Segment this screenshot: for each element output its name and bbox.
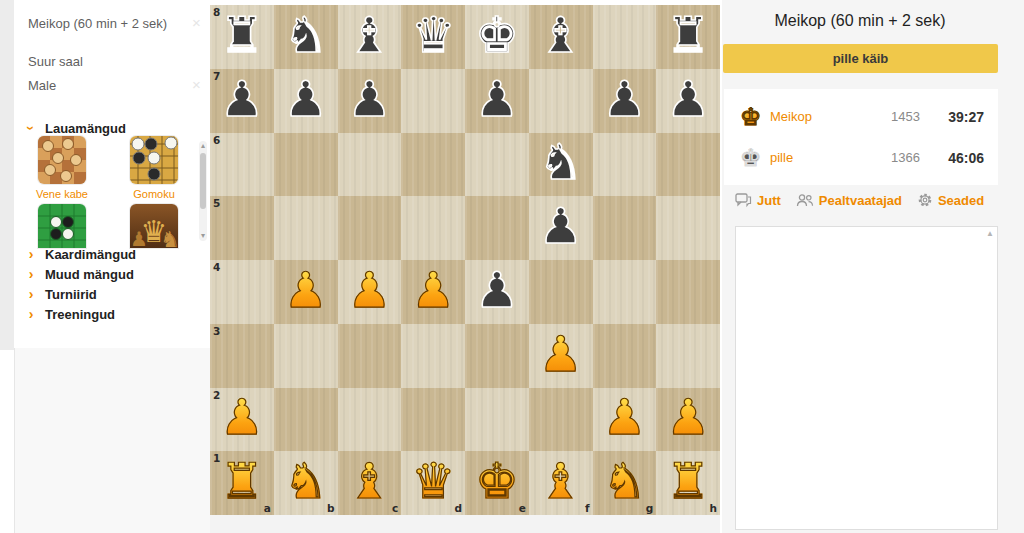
square-b2[interactable] — [274, 388, 338, 452]
turn-indicator-text: pille käib — [833, 51, 889, 66]
white-pawn[interactable]: ♟ — [338, 260, 402, 324]
svg-text:♟: ♟ — [130, 227, 148, 248]
square-f6[interactable]: ♞ — [529, 133, 593, 197]
tab-settings[interactable]: Seaded — [917, 192, 984, 208]
svg-text:♞: ♞ — [160, 227, 178, 248]
section-label: Kaardimängud — [45, 247, 136, 262]
square-f5[interactable]: ♟ — [529, 196, 593, 260]
file-label: h — [710, 502, 717, 514]
game-thumbnail-label[interactable]: Vene kabe — [28, 188, 96, 200]
tab-spectators[interactable]: Pealtvaatajad — [796, 193, 902, 208]
chess-thumbnail[interactable]: ♛ ♟ ♞ — [130, 204, 178, 248]
square-b1[interactable]: b♞ — [274, 451, 338, 515]
rank-label: 7 — [213, 70, 220, 82]
square-b7[interactable]: ♟ — [274, 69, 338, 133]
rank-label: 6 — [213, 134, 220, 146]
sidebar-item-room[interactable]: Meikop (60 min + 2 sek) — [28, 16, 167, 31]
file-label: d — [454, 502, 462, 514]
square-g6[interactable] — [593, 133, 657, 197]
square-c8[interactable]: ♝ — [338, 5, 402, 69]
white-pawn[interactable]: ♟ — [593, 388, 657, 452]
player-row-white: ♚ Meikop 1453 39:27 — [724, 96, 998, 137]
square-e1[interactable]: e♚ — [465, 451, 529, 515]
scroll-up-icon[interactable]: ▲ — [986, 229, 994, 238]
square-e5[interactable] — [465, 196, 529, 260]
white-bishop[interactable]: ♝ — [529, 451, 593, 515]
square-a8[interactable]: 8♜ — [210, 5, 274, 69]
gomoku-thumbnail[interactable] — [130, 136, 178, 184]
square-c3[interactable] — [338, 324, 402, 388]
file-label: f — [585, 502, 590, 514]
square-c4[interactable]: ♟ — [338, 260, 402, 324]
square-h2[interactable]: ♟ — [656, 388, 720, 452]
square-g8[interactable] — [593, 5, 657, 69]
square-b3[interactable] — [274, 324, 338, 388]
sidebar-section-othergames[interactable]: › Muud mängud — [26, 266, 134, 282]
sidebar-item-lobby[interactable]: Suur saal — [28, 54, 83, 69]
square-e4[interactable]: ♟ — [465, 260, 529, 324]
player-name[interactable]: pille — [770, 150, 864, 165]
close-icon[interactable]: × — [192, 76, 201, 93]
player-clock: 39:27 — [920, 109, 984, 125]
square-h7[interactable]: ♟ — [656, 69, 720, 133]
square-d6[interactable] — [401, 133, 465, 197]
square-h6[interactable] — [656, 133, 720, 197]
black-queen[interactable]: ♛ — [401, 5, 465, 69]
page-left-gutter — [0, 0, 14, 350]
square-c6[interactable] — [338, 133, 402, 197]
gomoku-board-image — [130, 136, 178, 184]
sidebar-section-tournaments[interactable]: › Turniirid — [26, 286, 97, 302]
square-e7[interactable]: ♟ — [465, 69, 529, 133]
rank-label: 4 — [213, 261, 220, 273]
white-pawn[interactable]: ♟ — [656, 388, 720, 452]
square-f1[interactable]: f♝ — [529, 451, 593, 515]
square-f4[interactable] — [529, 260, 593, 324]
othello-board-image — [38, 204, 86, 248]
black-pawn[interactable]: ♟ — [529, 196, 593, 260]
square-a3[interactable]: 3 — [210, 324, 274, 388]
square-h3[interactable] — [656, 324, 720, 388]
black-pawn[interactable]: ♟ — [465, 260, 529, 324]
square-h5[interactable] — [656, 196, 720, 260]
square-g5[interactable] — [593, 196, 657, 260]
white-pawn[interactable]: ♟ — [529, 324, 593, 388]
rank-label: 2 — [213, 389, 220, 401]
square-d4[interactable]: ♟ — [401, 260, 465, 324]
tab-label: Seaded — [938, 193, 984, 208]
chess-board: 8♜♞♝♛♚♝♜7♟♟♟♟♟♟6♞5♟4♟♟♟♟3♟2♟♟♟1a♜b♞c♝d♛e… — [210, 5, 720, 515]
black-king-icon: ♚ — [740, 146, 770, 170]
board-bottom-strip — [210, 515, 720, 533]
chat-area[interactable]: ▲ — [735, 226, 998, 530]
square-b4[interactable]: ♟ — [274, 260, 338, 324]
square-a5[interactable]: 5 — [210, 196, 274, 260]
square-h1[interactable]: h♜ — [656, 451, 720, 515]
checkers-board-image — [38, 136, 86, 184]
black-rook[interactable]: ♜ — [656, 5, 720, 69]
tab-label: Pealtvaatajad — [819, 193, 902, 208]
square-f8[interactable]: ♝ — [529, 5, 593, 69]
panel-tabs: Jutt Pealtvaatajad Seaded — [735, 192, 984, 208]
section-label: Turniirid — [45, 287, 97, 302]
player-rating: 1366 — [864, 150, 920, 165]
square-a2[interactable]: 2♟ — [210, 388, 274, 452]
file-label: a — [264, 502, 271, 514]
black-bishop[interactable]: ♝ — [338, 5, 402, 69]
square-d8[interactable]: ♛ — [401, 5, 465, 69]
rank-label: 8 — [213, 6, 220, 18]
file-label: g — [646, 502, 654, 514]
black-pawn[interactable]: ♟ — [338, 69, 402, 133]
russian-checkers-thumbnail[interactable] — [38, 136, 86, 184]
black-king[interactable]: ♚ — [465, 5, 529, 69]
chevron-right-icon: › — [26, 266, 36, 282]
square-g4[interactable] — [593, 260, 657, 324]
othello-thumbnail[interactable] — [38, 204, 86, 248]
gear-icon — [917, 192, 933, 208]
square-g7[interactable]: ♟ — [593, 69, 657, 133]
sidebar-section-training[interactable]: › Treeningud — [26, 306, 115, 322]
square-d7[interactable] — [401, 69, 465, 133]
player-rating: 1453 — [864, 109, 920, 124]
square-h8[interactable]: ♜ — [656, 5, 720, 69]
sidebar-bottom-area — [14, 348, 210, 533]
close-icon[interactable]: × — [192, 14, 201, 31]
white-pawn[interactable]: ♟ — [401, 260, 465, 324]
scroll-down-icon[interactable]: ▾ — [199, 232, 207, 240]
sidebar-section-cardgames[interactable]: › Kaardimängud — [26, 246, 136, 262]
square-d3[interactable] — [401, 324, 465, 388]
black-pawn[interactable]: ♟ — [593, 69, 657, 133]
sidebar-section-boardgames[interactable]: › Lauamängud — [26, 120, 126, 136]
square-g3[interactable] — [593, 324, 657, 388]
black-bishop[interactable]: ♝ — [529, 5, 593, 69]
black-pawn[interactable]: ♟ — [274, 69, 338, 133]
chess-pieces-image: ♛ ♟ ♞ — [130, 204, 178, 248]
chevron-right-icon: › — [26, 286, 36, 302]
square-g2[interactable]: ♟ — [593, 388, 657, 452]
square-c1[interactable]: c♝ — [338, 451, 402, 515]
scrollbar-thumb[interactable] — [200, 153, 206, 209]
square-d2[interactable] — [401, 388, 465, 452]
square-a6[interactable]: 6 — [210, 133, 274, 197]
file-label: c — [392, 502, 398, 514]
rank-label: 3 — [213, 325, 220, 337]
black-pawn[interactable]: ♟ — [465, 69, 529, 133]
square-a7[interactable]: 7♟ — [210, 69, 274, 133]
white-king-icon: ♚ — [740, 105, 770, 129]
file-label: e — [519, 502, 526, 514]
scroll-up-icon[interactable]: ▴ — [199, 142, 207, 150]
square-f7[interactable] — [529, 69, 593, 133]
player-clock: 46:06 — [920, 150, 984, 166]
square-d1[interactable]: d♛ — [401, 451, 465, 515]
white-pawn[interactable]: ♟ — [274, 260, 338, 324]
square-a4[interactable]: 4 — [210, 260, 274, 324]
black-knight[interactable]: ♞ — [274, 5, 338, 69]
sidebar-item-game[interactable]: Male — [28, 78, 56, 93]
game-thumbnail-label[interactable]: Gomoku — [120, 188, 188, 200]
square-h4[interactable] — [656, 260, 720, 324]
square-a1[interactable]: 1a♜ — [210, 451, 274, 515]
player-row-black: ♚ pille 1366 46:06 — [724, 137, 998, 178]
tab-label: Jutt — [757, 193, 781, 208]
section-label: Treeningud — [45, 307, 115, 322]
square-g1[interactable]: g♞ — [593, 451, 657, 515]
square-b8[interactable]: ♞ — [274, 5, 338, 69]
square-e2[interactable] — [465, 388, 529, 452]
square-b5[interactable] — [274, 196, 338, 260]
tab-chat[interactable]: Jutt — [735, 193, 781, 208]
square-e3[interactable] — [465, 324, 529, 388]
square-f2[interactable] — [529, 388, 593, 452]
players-card: ♚ Meikop 1453 39:27 ♚ pille 1366 46:06 — [724, 89, 998, 185]
square-c2[interactable] — [338, 388, 402, 452]
turn-indicator-banner: pille käib — [723, 44, 998, 73]
square-f3[interactable]: ♟ — [529, 324, 593, 388]
player-name[interactable]: Meikop — [770, 109, 864, 124]
chevron-down-icon: › — [23, 123, 39, 133]
sidebar-scrollbar[interactable]: ▴ ▾ — [199, 141, 207, 241]
chevron-right-icon: › — [26, 246, 36, 262]
square-c7[interactable]: ♟ — [338, 69, 402, 133]
square-e6[interactable] — [465, 133, 529, 197]
black-pawn[interactable]: ♟ — [656, 69, 720, 133]
square-d5[interactable] — [401, 196, 465, 260]
black-knight[interactable]: ♞ — [529, 133, 593, 197]
file-label: b — [327, 502, 335, 514]
spectators-icon — [796, 193, 814, 208]
chat-icon — [735, 193, 752, 208]
rank-label: 1 — [213, 452, 220, 464]
square-b6[interactable] — [274, 133, 338, 197]
chevron-right-icon: › — [26, 306, 36, 322]
rank-label: 5 — [213, 197, 220, 209]
square-c5[interactable] — [338, 196, 402, 260]
section-label: Muud mängud — [45, 267, 134, 282]
section-label: Lauamängud — [45, 121, 126, 136]
game-title: Meikop (60 min + 2 sek) — [722, 12, 998, 30]
square-e8[interactable]: ♚ — [465, 5, 529, 69]
